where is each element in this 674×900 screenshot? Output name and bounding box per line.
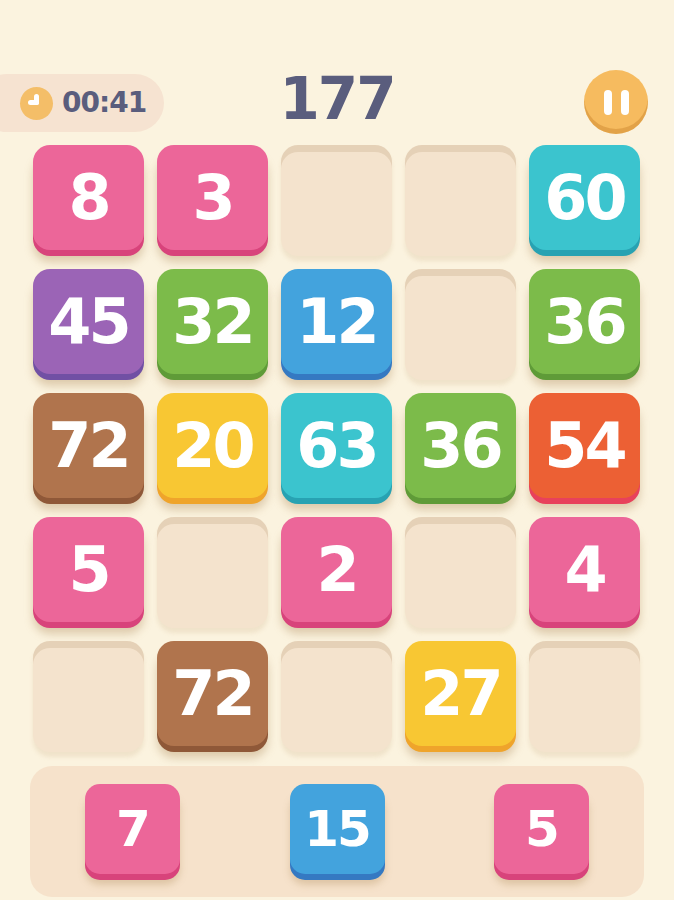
board-tile[interactable]: 20 xyxy=(157,393,268,498)
board-cell-empty[interactable] xyxy=(405,517,516,628)
board-tile[interactable]: 5 xyxy=(33,517,144,622)
tile-tray: 7155 xyxy=(30,766,644,897)
game-screen: { "game": "drag-and-merge number puzzle … xyxy=(0,0,674,900)
pause-button[interactable] xyxy=(584,70,648,134)
board-tile[interactable]: 63 xyxy=(281,393,392,498)
board-tile[interactable]: 3 xyxy=(157,145,268,250)
board-cell-empty[interactable] xyxy=(405,269,516,380)
board-tile[interactable]: 45 xyxy=(33,269,144,374)
board-tile[interactable]: 72 xyxy=(33,393,144,498)
board-cell-empty[interactable] xyxy=(529,641,640,752)
board-cell-empty[interactable] xyxy=(281,145,392,256)
board-tile[interactable]: 4 xyxy=(529,517,640,622)
board-tile[interactable]: 8 xyxy=(33,145,144,250)
board-tile[interactable]: 2 xyxy=(281,517,392,622)
tray-tile[interactable]: 7 xyxy=(85,784,180,874)
board-cell-empty[interactable] xyxy=(281,641,392,752)
board-tile[interactable]: 54 xyxy=(529,393,640,498)
board-cell-empty[interactable] xyxy=(33,641,144,752)
tray-tile[interactable]: 5 xyxy=(494,784,589,874)
board-grid: 83604532123672206336545247227 xyxy=(33,145,640,752)
board-tile[interactable]: 27 xyxy=(405,641,516,746)
board-tile[interactable]: 32 xyxy=(157,269,268,374)
board-cell-empty[interactable] xyxy=(157,517,268,628)
pause-icon xyxy=(621,90,629,115)
pause-icon xyxy=(604,90,612,115)
board-tile[interactable]: 36 xyxy=(405,393,516,498)
board-tile[interactable]: 60 xyxy=(529,145,640,250)
board-tile[interactable]: 36 xyxy=(529,269,640,374)
board-tile[interactable]: 72 xyxy=(157,641,268,746)
board-tile[interactable]: 12 xyxy=(281,269,392,374)
score-label: 177 xyxy=(0,70,674,128)
tray-tile[interactable]: 15 xyxy=(290,784,385,874)
board-cell-empty[interactable] xyxy=(405,145,516,256)
